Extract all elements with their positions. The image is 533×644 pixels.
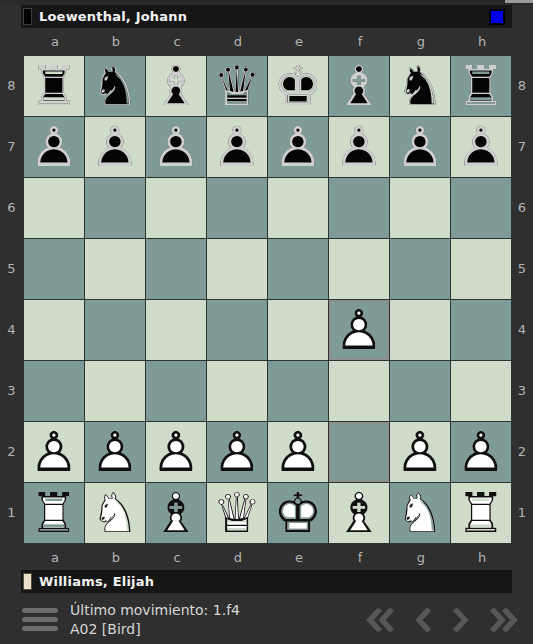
white-knight-icon: ♞♘ [391,484,449,542]
square-b8[interactable]: ♞♘ [85,56,145,116]
square-a2[interactable]: ♟♙ [24,422,84,482]
square-e3[interactable] [268,361,328,421]
file-label-g: g [391,550,451,565]
square-g7[interactable]: ♟♙ [390,117,450,177]
file-label-c: c [147,550,207,565]
top-strip [0,0,533,5]
rank-label-3: 3 [0,383,23,398]
square-c2[interactable]: ♟♙ [146,422,206,482]
square-b4[interactable] [85,300,145,360]
rank-labels-left: 87654321 [0,55,23,544]
file-label-h: h [452,34,512,49]
square-h5[interactable] [451,239,511,299]
square-f2[interactable] [329,422,389,482]
chess-board: ♜♖♞♘♝♗♛♕♚♔♝♗♞♘♜♖♟♙♟♙♟♙♟♙♟♙♟♙♟♙♟♙♟♙♟♙♟♙♟♙… [23,55,512,544]
rank-label-8: 8 [0,78,23,93]
file-labels-bottom: abcdefgh [0,544,533,570]
file-label-e: e [269,34,329,49]
move-navigation [365,604,519,636]
black-pawn-icon: ♟♙ [269,118,327,176]
white-pawn-icon: ♟♙ [147,423,205,481]
square-c1[interactable]: ♝♗ [146,483,206,543]
square-g4[interactable] [390,300,450,360]
rank-label-4: 4 [0,322,23,337]
square-f3[interactable] [329,361,389,421]
rank-label-8: 8 [512,78,532,93]
square-a7[interactable]: ♟♙ [24,117,84,177]
go-first-icon[interactable] [365,604,399,636]
bottom-player-bar: Williams, Elijah [21,570,512,593]
rank-labels-right: 87654321 [512,55,532,544]
square-a4[interactable] [24,300,84,360]
square-h8[interactable]: ♜♖ [451,56,511,116]
file-label-b: b [86,34,146,49]
rank-label-1: 1 [0,505,23,520]
square-a3[interactable] [24,361,84,421]
black-pawn-icon: ♟♙ [147,118,205,176]
scrollbar-fragment[interactable] [505,0,533,3]
rank-label-1: 1 [512,505,532,520]
square-d4[interactable] [207,300,267,360]
square-b1[interactable]: ♞♘ [85,483,145,543]
square-e7[interactable]: ♟♙ [268,117,328,177]
square-c8[interactable]: ♝♗ [146,56,206,116]
white-pawn-icon: ♟♙ [208,423,266,481]
file-label-f: f [330,34,390,49]
square-g3[interactable] [390,361,450,421]
square-f8[interactable]: ♝♗ [329,56,389,116]
square-c4[interactable] [146,300,206,360]
square-d1[interactable]: ♛♕ [207,483,267,543]
square-h7[interactable]: ♟♙ [451,117,511,177]
top-player-name: Loewenthal, Johann [39,9,489,24]
file-label-h: h [452,550,512,565]
file-label-b: b [86,550,146,565]
black-knight-icon: ♞♘ [86,57,144,115]
black-pawn-icon: ♟♙ [330,118,388,176]
square-c5[interactable] [146,239,206,299]
square-a8[interactable]: ♜♖ [24,56,84,116]
square-f4[interactable]: ♟♙ [329,300,389,360]
black-bishop-icon: ♝♗ [147,57,205,115]
white-rook-icon: ♜♖ [25,484,83,542]
white-color-chip [23,573,32,590]
file-label-e: e [269,550,329,565]
bottom-player-name: Williams, Elijah [39,574,507,589]
rank-label-5: 5 [0,261,23,276]
square-g6[interactable] [390,178,450,238]
square-e6[interactable] [268,178,328,238]
square-g5[interactable] [390,239,450,299]
white-pawn-icon: ♟♙ [269,423,327,481]
black-rook-icon: ♜♖ [452,57,510,115]
black-color-chip [23,8,32,25]
white-pawn-icon: ♟♙ [391,423,449,481]
file-label-d: d [208,550,268,565]
square-d5[interactable] [207,239,267,299]
square-e1[interactable]: ♚♔ [268,483,328,543]
square-a1[interactable]: ♜♖ [24,483,84,543]
square-d8[interactable]: ♛♕ [207,56,267,116]
square-h2[interactable]: ♟♙ [451,422,511,482]
black-pawn-icon: ♟♙ [452,118,510,176]
white-king-icon: ♚♔ [269,484,327,542]
white-pawn-icon: ♟♙ [25,423,83,481]
black-bishop-icon: ♝♗ [330,57,388,115]
board-band: 87654321 ♜♖♞♘♝♗♛♕♚♔♝♗♞♘♜♖♟♙♟♙♟♙♟♙♟♙♟♙♟♙♟… [0,55,533,544]
square-f1[interactable]: ♝♗ [329,483,389,543]
black-pawn-icon: ♟♙ [208,118,266,176]
rank-label-3: 3 [512,383,532,398]
opening-text: A02 [Bird] [70,620,365,639]
square-a6[interactable] [24,178,84,238]
square-f5[interactable] [329,239,389,299]
white-queen-icon: ♛♕ [208,484,266,542]
last-move-text: Último movimiento: 1.f4 [70,601,365,620]
white-knight-icon: ♞♘ [86,484,144,542]
rank-label-6: 6 [512,200,532,215]
square-b7[interactable]: ♟♙ [85,117,145,177]
black-queen-icon: ♛♕ [208,57,266,115]
file-label-a: a [25,550,85,565]
rank-label-2: 2 [0,444,23,459]
square-h6[interactable] [451,178,511,238]
go-next-icon[interactable] [449,604,471,636]
square-c6[interactable] [146,178,206,238]
square-e5[interactable] [268,239,328,299]
file-label-d: d [208,34,268,49]
file-label-f: f [330,550,390,565]
square-c7[interactable]: ♟♙ [146,117,206,177]
black-rook-icon: ♜♖ [25,57,83,115]
square-b3[interactable] [85,361,145,421]
white-pawn-icon: ♟♙ [86,423,144,481]
square-f6[interactable] [329,178,389,238]
square-d2[interactable]: ♟♙ [207,422,267,482]
footer-bar: Último movimiento: 1.f4 A02 [Bird] [0,593,533,644]
black-pawn-icon: ♟♙ [86,118,144,176]
black-knight-icon: ♞♘ [391,57,449,115]
go-previous-icon[interactable] [413,604,435,636]
file-label-a: a [25,34,85,49]
square-e4[interactable] [268,300,328,360]
rank-label-6: 6 [0,200,23,215]
chess-app-window: Loewenthal, Johann abcdefgh 87654321 ♜♖♞… [0,0,533,644]
file-label-g: g [391,34,451,49]
square-c3[interactable] [146,361,206,421]
turn-indicator [489,9,505,25]
rank-label-7: 7 [512,139,532,154]
move-info: Último movimiento: 1.f4 A02 [Bird] [70,601,365,639]
square-h4[interactable] [451,300,511,360]
file-labels-top: abcdefgh [0,28,533,55]
square-d3[interactable] [207,361,267,421]
hamburger-icon[interactable] [22,608,58,631]
square-g1[interactable]: ♞♘ [390,483,450,543]
rank-label-4: 4 [512,322,532,337]
rank-label-2: 2 [512,444,532,459]
square-d6[interactable] [207,178,267,238]
square-b6[interactable] [85,178,145,238]
black-king-icon: ♚♔ [269,57,327,115]
square-g2[interactable]: ♟♙ [390,422,450,482]
square-h3[interactable] [451,361,511,421]
white-rook-icon: ♜♖ [452,484,510,542]
top-player-bar: Loewenthal, Johann [21,5,512,28]
white-bishop-icon: ♝♗ [330,484,388,542]
square-e8[interactable]: ♚♔ [268,56,328,116]
square-g8[interactable]: ♞♘ [390,56,450,116]
rank-label-5: 5 [512,261,532,276]
go-last-icon[interactable] [485,604,519,636]
white-pawn-icon: ♟♙ [452,423,510,481]
file-label-c: c [147,34,207,49]
square-h1[interactable]: ♜♖ [451,483,511,543]
black-pawn-icon: ♟♙ [391,118,449,176]
square-b5[interactable] [85,239,145,299]
white-bishop-icon: ♝♗ [147,484,205,542]
white-pawn-icon: ♟♙ [330,301,388,359]
square-a5[interactable] [24,239,84,299]
black-pawn-icon: ♟♙ [25,118,83,176]
square-f7[interactable]: ♟♙ [329,117,389,177]
rank-label-7: 7 [0,139,23,154]
square-b2[interactable]: ♟♙ [85,422,145,482]
square-e2[interactable]: ♟♙ [268,422,328,482]
square-d7[interactable]: ♟♙ [207,117,267,177]
